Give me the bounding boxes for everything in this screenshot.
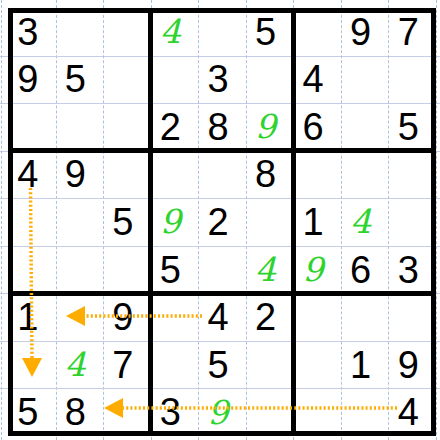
box-border-horizontal xyxy=(8,291,436,296)
box-border-vertical xyxy=(148,8,153,436)
box-border-vertical xyxy=(291,8,296,436)
gridline-vertical xyxy=(436,0,437,440)
gridline-vertical xyxy=(1,0,2,440)
sudoku-screenshot: 3459795342896549859214549631942475195839… xyxy=(0,0,440,440)
board-outer-border xyxy=(8,8,436,436)
box-border-horizontal xyxy=(8,148,436,153)
